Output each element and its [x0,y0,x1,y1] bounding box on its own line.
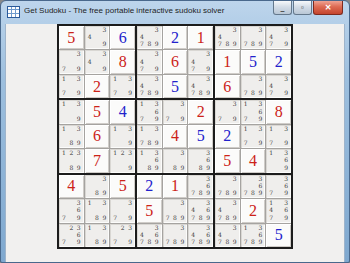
candidate-digit: 1 [269,150,273,156]
cell-r4c9[interactable]: 8 [266,100,291,123]
candidate-digit: 3 [155,27,159,33]
cell-r6c2[interactable]: 7 [85,149,110,172]
candidate-digit: 6 [77,207,81,213]
candidate-digit: 9 [181,116,185,122]
candidate-digit: 9 [206,190,210,196]
titlebar[interactable]: Get Sudoku - The free portable interacti… [5,1,345,20]
candidate-digit: 9 [155,41,159,47]
given-digit: 8 [119,54,127,70]
candidate-digit: 6 [206,157,210,163]
cell-r3c9[interactable]: 3479 [266,75,291,98]
candidate-digit: 4 [191,83,195,89]
candidate-grid: 34789 [218,225,237,245]
candidate-digit: 7 [62,90,66,96]
candidate-digit: 3 [206,225,210,231]
candidate-digit: 9 [77,140,81,146]
candidate-digit: 7 [140,90,144,96]
cell-r9c6[interactable]: 346789 [188,224,213,247]
candidate-digit: 7 [191,190,195,196]
candidate-digit: 8 [69,140,73,146]
candidate-grid: 13679 [140,101,159,121]
candidate-digit: 8 [199,190,203,196]
candidate-digit: 4 [88,59,92,65]
cell-r5c3[interactable]: 139 [110,125,135,148]
sudoku-board: 5349637934981379213793478921347963479347… [57,24,293,249]
candidate-digit: 1 [140,150,144,156]
candidate-digit: 3 [233,27,237,33]
candidate-digit: 1 [244,101,248,107]
candidate-digit: 2 [121,225,125,231]
candidate-digit: 2 [69,225,73,231]
candidate-digit: 9 [233,215,237,221]
candidate-digit: 7 [244,41,248,47]
cell-r2c1[interactable]: 379 [59,50,84,73]
candidate-grid: 1369 [269,150,288,170]
candidate-digit: 9 [233,190,237,196]
candidate-digit: 7 [113,239,117,245]
candidate-digit: 7 [166,239,170,245]
given-digit: 4 [171,128,179,144]
candidate-digit: 9 [233,41,237,47]
candidate-grid: 1389 [62,126,81,146]
cell-r6c3[interactable]: 1239 [110,149,135,172]
cell-r2c5[interactable]: 6 [163,50,188,73]
cell-r9c4[interactable]: 346789 [137,224,162,247]
candidate-digit: 3 [77,126,81,132]
candidate-digit: 9 [103,239,107,245]
candidate-digit: 7 [218,215,222,221]
candidate-digit: 9 [155,239,159,245]
cell-r4c6[interactable]: 2 [188,100,213,123]
cell-r5c4[interactable]: 13789 [137,125,162,148]
candidate-digit: 3 [128,200,132,206]
box-6: 379136798213791379541369 [215,100,291,172]
cell-r3c1[interactable]: 1379 [59,75,84,98]
cell-r5c8[interactable]: 1379 [241,125,266,148]
candidate-digit: 7 [191,215,195,221]
cell-r8c6[interactable]: 346789 [188,199,213,222]
solved-digit: 2 [223,128,231,144]
candidate-grid: 3479 [191,51,210,71]
candidate-grid: 3789 [244,76,263,96]
candidate-digit: 6 [259,232,263,238]
candidate-grid: 346789 [191,200,210,220]
candidate-grid: 1379 [269,126,288,146]
cell-r7c6[interactable]: 36789 [188,175,213,198]
candidate-digit: 9 [206,165,210,171]
close-button[interactable]: ✕ [313,1,343,15]
candidate-digit: 2 [69,150,73,156]
cell-r7c7[interactable]: 3789 [215,175,240,198]
candidate-digit: 7 [269,90,273,96]
app-grid-icon [7,6,20,18]
candidate-digit: 9 [77,215,81,221]
candidate-digit: 3 [284,150,288,156]
cell-r4c8[interactable]: 13679 [241,100,266,123]
window-controls: – ▫ ✕ [273,1,343,15]
candidate-digit: 8 [251,190,255,196]
candidate-digit: 9 [284,165,288,171]
cell-r9c3[interactable]: 2379 [110,224,135,247]
candidate-grid: 389 [166,150,185,170]
candidate-digit: 7 [191,239,195,245]
cell-r1c3[interactable]: 6 [110,26,135,49]
candidate-digit: 8 [95,215,99,221]
candidate-digit: 8 [173,165,177,171]
candidate-digit: 7 [244,90,248,96]
candidate-digit: 9 [259,239,263,245]
candidate-digit: 8 [147,239,151,245]
candidate-grid: 3789 [218,176,237,196]
candidate-digit: 9 [155,140,159,146]
cell-r3c7[interactable]: 6 [215,75,240,98]
candidate-digit: 1 [62,101,66,107]
cell-r4c5[interactable]: 379 [163,100,188,123]
candidate-grid: 1379 [244,126,263,146]
candidate-digit: 6 [259,183,263,189]
candidate-digit: 3 [233,200,237,206]
cell-r9c9[interactable]: 5 [266,224,291,247]
cell-r7c4[interactable]: 2 [137,175,162,198]
candidate-digit: 3 [77,200,81,206]
cell-r6c7[interactable]: 5 [215,149,240,172]
candidate-digit: 1 [244,225,248,231]
cell-r8c9[interactable]: 134679 [266,199,291,222]
cell-r8c1[interactable]: 3679 [59,199,84,222]
candidate-grid: 3479 [140,51,159,71]
cell-r8c7[interactable]: 34789 [215,199,240,222]
candidate-digit: 9 [259,41,263,47]
cell-r7c9[interactable]: 3679 [266,175,291,198]
candidate-digit: 9 [103,66,107,72]
candidate-digit: 9 [77,116,81,122]
candidate-digit: 8 [69,165,73,171]
cell-r3c3[interactable]: 1379 [110,75,135,98]
candidate-digit: 1 [62,76,66,82]
cell-r5c2[interactable]: 6 [85,125,110,148]
candidate-digit: 3 [128,225,132,231]
candidate-grid: 3789 [244,27,263,47]
candidate-digit: 7 [166,215,170,221]
cell-r6c9[interactable]: 1369 [266,149,291,172]
solved-digit: 2 [145,178,153,194]
minimize-button[interactable]: – [273,1,292,15]
cell-r5c1[interactable]: 1389 [59,125,84,148]
candidate-digit: 8 [225,190,229,196]
candidate-grid: 379 [62,51,81,71]
given-digit: 7 [93,153,101,169]
candidate-digit: 3 [77,51,81,57]
cell-r1c6[interactable]: 1 [188,26,213,49]
cell-r6c4[interactable]: 13689 [137,149,162,172]
candidate-digit: 2 [121,150,125,156]
candidate-digit: 8 [173,239,177,245]
candidate-digit: 1 [113,126,117,132]
candidate-digit: 8 [225,41,229,47]
cell-r7c2[interactable]: 389 [85,175,110,198]
candidate-digit: 6 [259,109,263,115]
cell-r2c2[interactable]: 349 [85,50,110,73]
cell-r4c3[interactable]: 4 [110,100,135,123]
candidate-grid: 389 [88,176,107,196]
candidate-digit: 3 [128,76,132,82]
candidate-grid: 3679 [62,200,81,220]
candidate-digit: 8 [199,215,203,221]
cell-r2c9[interactable]: 2 [266,50,291,73]
candidate-digit: 9 [206,239,210,245]
solved-digit: 5 [275,227,283,243]
client-area: 5349637934981379213793478921347963479347… [5,24,345,263]
candidate-grid: 379 [166,101,185,121]
given-digit: 5 [145,203,153,219]
candidate-grid: 3479 [269,76,288,96]
candidate-digit: 7 [244,140,248,146]
cell-r5c5[interactable]: 4 [163,125,188,148]
candidate-digit: 4 [218,34,222,40]
candidate-grid: 349 [88,51,107,71]
candidate-digit: 1 [88,225,92,231]
candidate-digit: 6 [155,109,159,115]
cell-r5c9[interactable]: 1379 [266,125,291,148]
cell-r2c8[interactable]: 5 [241,50,266,73]
app-window: Get Sudoku - The free portable interacti… [0,0,350,263]
candidate-digit: 4 [191,207,195,213]
cell-r7c5[interactable]: 1 [163,175,188,198]
cell-r6c1[interactable]: 12389 [59,149,84,172]
candidate-digit: 3 [259,176,263,182]
candidate-grid: 13689 [140,150,159,170]
candidate-grid: 346789 [191,225,210,245]
candidate-digit: 8 [95,190,99,196]
candidate-digit: 7 [113,90,117,96]
candidate-digit: 7 [166,116,170,122]
cell-r2c3[interactable]: 8 [110,50,135,73]
candidate-digit: 1 [140,126,144,132]
candidate-grid: 3679 [269,176,288,196]
cell-r1c7[interactable]: 34789 [215,26,240,49]
candidate-grid: 3479 [269,27,288,47]
given-digit: 5 [119,178,127,194]
candidate-digit: 3 [233,101,237,107]
candidate-grid: 13789 [140,126,159,146]
candidate-digit: 3 [259,101,263,107]
solved-digit: 2 [275,54,283,70]
candidate-digit: 9 [77,165,81,171]
candidate-digit: 1 [88,200,92,206]
candidate-digit: 3 [206,176,210,182]
box-7: 43895367913893792367913892379 [59,175,135,247]
cell-r1c1[interactable]: 5 [59,26,84,49]
cell-r1c5[interactable]: 2 [163,26,188,49]
candidate-digit: 9 [259,116,263,122]
cell-r8c2[interactable]: 1389 [85,199,110,222]
cell-r1c8[interactable]: 3789 [241,26,266,49]
candidate-digit: 6 [206,183,210,189]
candidate-digit: 9 [103,215,107,221]
given-digit: 5 [67,30,75,46]
candidate-grid: 379 [113,200,132,220]
candidate-digit: 8 [199,90,203,96]
candidate-grid: 1389 [88,225,107,245]
candidate-digit: 4 [218,232,222,238]
candidate-grid: 34789 [218,200,237,220]
candidate-digit: 3 [155,76,159,82]
cell-r6c8[interactable]: 4 [241,149,266,172]
candidate-grid: 139 [62,101,81,121]
candidate-digit: 9 [77,90,81,96]
cell-r7c8[interactable]: 36789 [241,175,266,198]
cell-r6c6[interactable]: 3689 [188,149,213,172]
candidate-digit: 6 [77,232,81,238]
candidate-digit: 7 [244,239,248,245]
close-icon: ✕ [325,3,332,12]
candidate-digit: 3 [181,101,185,107]
candidate-digit: 3 [259,27,263,33]
candidate-grid: 34789 [218,27,237,47]
box-1: 534963793498137921379 [59,26,135,98]
cell-r8c4[interactable]: 5 [137,199,162,222]
candidate-digit: 8 [147,140,151,146]
candidate-digit: 9 [259,190,263,196]
candidate-grid: 36789 [244,176,263,196]
candidate-digit: 7 [140,239,144,245]
candidate-digit: 3 [284,126,288,132]
candidate-digit: 9 [181,239,185,245]
candidate-digit: 9 [77,239,81,245]
solved-digit: 5 [249,54,257,70]
cell-r7c1[interactable]: 4 [59,175,84,198]
candidate-digit: 9 [128,215,132,221]
candidate-digit: 3 [206,200,210,206]
candidate-grid: 36789 [191,176,210,196]
candidate-digit: 6 [206,207,210,213]
candidate-digit: 3 [155,51,159,57]
cell-r3c5[interactable]: 5 [163,75,188,98]
candidate-digit: 3 [77,101,81,107]
candidate-digit: 9 [259,90,263,96]
candidate-digit: 6 [155,232,159,238]
candidate-digit: 3 [284,76,288,82]
candidate-digit: 4 [140,232,144,238]
cell-r1c9[interactable]: 3479 [266,26,291,49]
candidate-digit: 3 [103,200,107,206]
candidate-digit: 9 [206,90,210,96]
cell-r6c5[interactable]: 389 [163,149,188,172]
cell-r8c8[interactable]: 2 [241,199,266,222]
candidate-grid: 3689 [191,150,210,170]
candidate-digit: 4 [191,232,195,238]
box-3: 3478937893479152637893479 [215,26,291,98]
candidate-digit: 7 [191,90,195,96]
candidate-digit: 9 [284,215,288,221]
cell-r9c2[interactable]: 1389 [85,224,110,247]
cell-r9c7[interactable]: 34789 [215,224,240,247]
cell-r2c6[interactable]: 3479 [188,50,213,73]
candidate-digit: 9 [206,215,210,221]
candidate-digit: 9 [128,90,132,96]
candidate-digit: 9 [155,165,159,171]
candidate-digit: 1 [244,126,248,132]
candidate-digit: 7 [140,66,144,72]
candidate-digit: 4 [140,83,144,89]
cell-r5c6[interactable]: 5 [188,125,213,148]
candidate-digit: 7 [113,215,117,221]
candidate-grid: 12389 [62,150,81,170]
candidate-digit: 7 [62,239,66,245]
box-5: 1367937921378945136893893689 [137,100,213,172]
cell-r4c2[interactable]: 5 [85,100,110,123]
candidate-digit: 9 [103,190,107,196]
cell-r3c6[interactable]: 34789 [188,75,213,98]
candidate-grid: 13679 [244,101,263,121]
cell-r7c3[interactable]: 5 [110,175,135,198]
cell-r4c1[interactable]: 139 [59,100,84,123]
cell-r3c2[interactable]: 2 [85,75,110,98]
candidate-digit: 3 [103,27,107,33]
cell-r4c4[interactable]: 13679 [137,100,162,123]
candidate-digit: 3 [155,126,159,132]
candidate-digit: 3 [103,225,107,231]
cell-r5c7[interactable]: 2 [215,125,240,148]
candidate-digit: 9 [77,66,81,72]
candidate-digit: 8 [199,165,203,171]
candidate-digit: 3 [206,150,210,156]
candidate-digit: 3 [155,225,159,231]
cell-r8c3[interactable]: 379 [110,199,135,222]
cell-r3c4[interactable]: 34789 [137,75,162,98]
cell-r1c4[interactable]: 34789 [137,26,162,49]
candidate-digit: 9 [284,41,288,47]
cell-r4c7[interactable]: 379 [215,100,240,123]
candidate-grid: 379 [218,101,237,121]
cell-r2c4[interactable]: 3479 [137,50,162,73]
candidate-digit: 1 [113,76,117,82]
candidate-digit: 7 [269,215,273,221]
candidate-grid: 34789 [191,76,210,96]
candidate-digit: 1 [62,150,66,156]
cell-r8c5[interactable]: 3789 [163,199,188,222]
given-digit: 6 [93,128,101,144]
candidate-digit: 7 [244,190,248,196]
candidate-digit: 9 [233,239,237,245]
candidate-digit: 3 [155,150,159,156]
given-digit: 5 [93,104,101,120]
candidate-digit: 3 [128,126,132,132]
candidate-digit: 4 [140,59,144,65]
cell-r3c8[interactable]: 3789 [241,75,266,98]
given-digit: 4 [67,178,75,194]
maximize-button[interactable]: ▫ [293,1,312,15]
cell-r9c1[interactable]: 23679 [59,224,84,247]
solved-digit: 2 [171,30,179,46]
candidate-digit: 3 [155,101,159,107]
candidate-digit: 8 [251,239,255,245]
candidate-digit: 8 [147,90,151,96]
cell-r9c5[interactable]: 3789 [163,224,188,247]
candidate-digit: 4 [269,83,273,89]
candidate-digit: 1 [113,150,117,156]
solved-digit: 4 [119,104,127,120]
candidate-digit: 6 [284,207,288,213]
cell-r9c8[interactable]: 136789 [241,224,266,247]
candidate-digit: 3 [259,225,263,231]
cell-r1c2[interactable]: 349 [85,26,110,49]
box-4: 13954138961391238971239 [59,100,135,172]
candidate-grid: 1389 [88,200,107,220]
candidate-digit: 7 [269,190,273,196]
candidate-digit: 3 [259,126,263,132]
cell-r2c7[interactable]: 1 [215,50,240,73]
